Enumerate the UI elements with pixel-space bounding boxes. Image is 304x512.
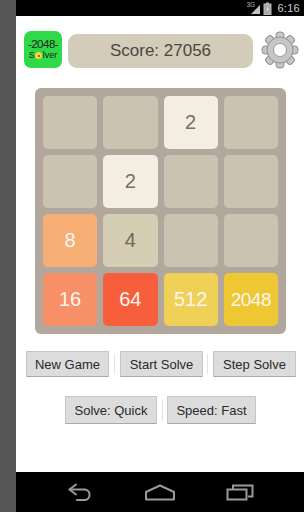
logo-subtitle-left: S: [29, 51, 35, 60]
logo-subtitle-right: lver: [43, 51, 58, 60]
sun-pupil: [38, 55, 40, 57]
board-2048[interactable]: 228416645122048: [35, 88, 286, 334]
settings-button[interactable]: [260, 30, 300, 70]
start-solve-label: Start Solve: [130, 357, 194, 372]
empty-cell: [103, 96, 157, 149]
tile-2: 2: [164, 96, 218, 149]
tile-512: 512: [164, 273, 218, 326]
home-icon: [144, 484, 176, 501]
battery-icon: [263, 2, 272, 15]
new-game-button[interactable]: New Game: [26, 351, 109, 377]
logo-title: -2048-: [28, 39, 58, 51]
tile-4: 4: [103, 214, 157, 267]
back-button[interactable]: [40, 472, 120, 512]
step-solve-label: Step Solve: [223, 357, 286, 372]
app-logo: -2048- S lver: [24, 31, 62, 68]
signal-3g-icon: 3G: [246, 2, 260, 15]
status-bar: 3G 6:16: [16, 0, 304, 16]
navigation-bar: [16, 472, 304, 512]
start-solve-button[interactable]: Start Solve: [120, 351, 203, 377]
home-button[interactable]: [120, 472, 200, 512]
score-text: Score: 27056: [110, 41, 211, 61]
app-screen: 3G 6:16 -2048- S lver Score: 27056: [16, 0, 304, 512]
signal-triangle-icon: [251, 5, 260, 14]
status-time: 6:16: [275, 2, 300, 14]
button-divider: [162, 399, 163, 421]
button-divider: [114, 354, 115, 374]
empty-cell: [164, 214, 218, 267]
empty-cell: [164, 155, 218, 208]
recents-button[interactable]: [200, 472, 280, 512]
logo-subtitle: S lver: [29, 51, 58, 60]
recents-icon: [226, 484, 254, 501]
gear-icon: [260, 30, 300, 70]
empty-cell: [43, 96, 97, 149]
step-solve-button[interactable]: Step Solve: [213, 351, 296, 377]
tile-2: 2: [103, 155, 157, 208]
sun-icon: [35, 52, 42, 59]
tile-8: 8: [43, 214, 97, 267]
empty-cell: [224, 155, 278, 208]
empty-cell: [224, 214, 278, 267]
tile-2048: 2048: [224, 273, 278, 326]
solve-mode-button[interactable]: Solve: Quick: [65, 396, 157, 424]
speed-button[interactable]: Speed: Fast: [167, 396, 256, 424]
tile-16: 16: [43, 273, 97, 326]
back-icon: [67, 483, 94, 502]
solve-mode-label: Solve: Quick: [75, 403, 148, 418]
tile-64: 64: [103, 273, 157, 326]
empty-cell: [224, 96, 278, 149]
new-game-label: New Game: [35, 357, 100, 372]
speed-label: Speed: Fast: [176, 403, 246, 418]
empty-cell: [43, 155, 97, 208]
button-divider: [207, 354, 208, 374]
score-display: Score: 27056: [68, 34, 253, 68]
